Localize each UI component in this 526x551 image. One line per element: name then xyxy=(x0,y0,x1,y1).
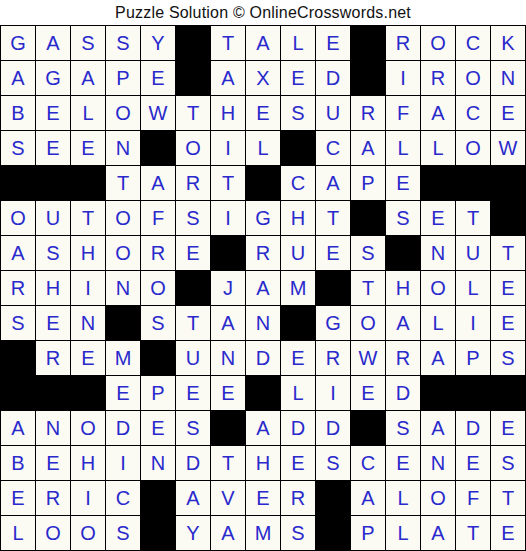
letter-cell: R xyxy=(386,341,421,376)
letter-cell: D xyxy=(106,411,141,446)
letter-cell: E xyxy=(456,446,491,481)
letter-cell: I xyxy=(211,201,246,236)
letter-cell: U xyxy=(456,236,491,271)
letter-cell: E xyxy=(281,61,316,96)
letter-cell: T xyxy=(176,306,211,341)
letter-cell: O xyxy=(71,411,106,446)
letter-cell: T xyxy=(351,271,386,306)
letter-cell: L xyxy=(386,131,421,166)
letter-cell: A xyxy=(1,236,36,271)
letter-cell: C xyxy=(456,26,491,61)
letter-cell: P xyxy=(351,166,386,201)
letter-cell: A xyxy=(176,481,211,516)
block-cell xyxy=(281,306,316,341)
letter-cell: O xyxy=(106,96,141,131)
letter-cell: A xyxy=(421,516,456,551)
letter-cell: A xyxy=(246,411,281,446)
letter-cell: A xyxy=(211,61,246,96)
letter-cell: E xyxy=(36,306,71,341)
letter-cell: S xyxy=(1,306,36,341)
letter-cell: M xyxy=(106,341,141,376)
letter-cell: E xyxy=(141,411,176,446)
letter-cell: P xyxy=(106,61,141,96)
letter-cell: A xyxy=(71,61,106,96)
letter-cell: D xyxy=(456,411,491,446)
letter-cell: I xyxy=(106,446,141,481)
letter-cell: T xyxy=(176,96,211,131)
block-cell xyxy=(491,201,526,236)
block-cell xyxy=(176,26,211,61)
block-cell xyxy=(246,376,281,411)
letter-cell: E xyxy=(316,236,351,271)
letter-cell: V xyxy=(211,481,246,516)
letter-cell: A xyxy=(351,481,386,516)
block-cell xyxy=(351,26,386,61)
letter-cell: W xyxy=(351,341,386,376)
letter-cell: I xyxy=(386,61,421,96)
letter-cell: L xyxy=(281,376,316,411)
letter-cell: N xyxy=(421,236,456,271)
letter-cell: O xyxy=(421,481,456,516)
letter-cell: S xyxy=(281,96,316,131)
block-cell xyxy=(316,481,351,516)
block-cell xyxy=(386,236,421,271)
letter-cell: D xyxy=(386,376,421,411)
letter-cell: B xyxy=(1,446,36,481)
letter-cell: E xyxy=(246,481,281,516)
letter-cell: L xyxy=(1,516,36,551)
letter-cell: O xyxy=(456,61,491,96)
letter-cell: H xyxy=(246,446,281,481)
letter-cell: R xyxy=(281,481,316,516)
letter-cell: D xyxy=(316,61,351,96)
crossword-grid: GASSYTALEROCKAGAPEAXEDIRONBELOWTHESURFAC… xyxy=(0,25,526,551)
letter-cell: S xyxy=(351,236,386,271)
letter-cell: O xyxy=(141,271,176,306)
block-cell xyxy=(141,481,176,516)
page-title: Puzzle Solution © OnlineCrosswords.net xyxy=(0,0,526,25)
letter-cell: N xyxy=(106,271,141,306)
letter-cell: H xyxy=(36,271,71,306)
letter-cell: A xyxy=(36,26,71,61)
letter-cell: E xyxy=(1,481,36,516)
letter-cell: A xyxy=(211,306,246,341)
letter-cell: T xyxy=(491,236,526,271)
letter-cell: S xyxy=(106,26,141,61)
letter-cell: R xyxy=(176,166,211,201)
letter-cell: B xyxy=(1,96,36,131)
letter-cell: C xyxy=(316,131,351,166)
letter-cell: S xyxy=(71,26,106,61)
letter-cell: R xyxy=(386,26,421,61)
letter-cell: T xyxy=(211,26,246,61)
letter-cell: E xyxy=(246,96,281,131)
letter-cell: P xyxy=(141,376,176,411)
block-cell xyxy=(456,166,491,201)
letter-cell: R xyxy=(246,236,281,271)
block-cell xyxy=(1,376,36,411)
letter-cell: L xyxy=(421,306,456,341)
block-cell xyxy=(281,131,316,166)
letter-cell: N xyxy=(211,341,246,376)
letter-cell: E xyxy=(281,446,316,481)
letter-cell: L xyxy=(386,481,421,516)
block-cell xyxy=(491,376,526,411)
letter-cell: H xyxy=(71,236,106,271)
letter-cell: A xyxy=(316,166,351,201)
letter-cell: O xyxy=(176,131,211,166)
letter-cell: L xyxy=(456,271,491,306)
letter-cell: A xyxy=(141,166,176,201)
letter-cell: E xyxy=(491,516,526,551)
letter-cell: O xyxy=(351,306,386,341)
letter-cell: O xyxy=(456,131,491,166)
letter-cell: A xyxy=(246,26,281,61)
letter-cell: Y xyxy=(176,516,211,551)
letter-cell: D xyxy=(316,411,351,446)
letter-cell: R xyxy=(36,481,71,516)
letter-cell: L xyxy=(421,131,456,166)
letter-cell: T xyxy=(456,516,491,551)
letter-cell: S xyxy=(176,201,211,236)
block-cell xyxy=(491,166,526,201)
block-cell xyxy=(1,341,36,376)
letter-cell: E xyxy=(316,26,351,61)
letter-cell: A xyxy=(211,516,246,551)
block-cell xyxy=(106,306,141,341)
letter-cell: G xyxy=(316,306,351,341)
letter-cell: T xyxy=(106,166,141,201)
letter-cell: E xyxy=(421,201,456,236)
letter-cell: C xyxy=(351,446,386,481)
letter-cell: T xyxy=(491,481,526,516)
letter-cell: R xyxy=(36,341,71,376)
letter-cell: E xyxy=(106,376,141,411)
block-cell xyxy=(141,516,176,551)
letter-cell: U xyxy=(281,236,316,271)
letter-cell: E xyxy=(71,131,106,166)
letter-cell: U xyxy=(176,341,211,376)
letter-cell: X xyxy=(246,61,281,96)
letter-cell: C xyxy=(456,96,491,131)
letter-cell: C xyxy=(281,166,316,201)
letter-cell: A xyxy=(421,411,456,446)
letter-cell: E xyxy=(281,341,316,376)
letter-cell: E xyxy=(351,376,386,411)
letter-cell: T xyxy=(456,201,491,236)
letter-cell: C xyxy=(106,481,141,516)
letter-cell: G xyxy=(246,201,281,236)
letter-cell: S xyxy=(106,516,141,551)
letter-cell: N xyxy=(421,446,456,481)
letter-cell: L xyxy=(281,26,316,61)
letter-cell: N xyxy=(246,306,281,341)
letter-cell: R xyxy=(1,271,36,306)
letter-cell: N xyxy=(71,306,106,341)
letter-cell: E xyxy=(386,166,421,201)
letter-cell: D xyxy=(281,411,316,446)
block-cell xyxy=(1,166,36,201)
letter-cell: A xyxy=(1,61,36,96)
letter-cell: P xyxy=(456,341,491,376)
letter-cell: K xyxy=(491,26,526,61)
letter-cell: L xyxy=(71,96,106,131)
letter-cell: O xyxy=(36,516,71,551)
letter-cell: T xyxy=(71,201,106,236)
block-cell xyxy=(36,376,71,411)
letter-cell: I xyxy=(456,306,491,341)
block-cell xyxy=(351,411,386,446)
letter-cell: M xyxy=(246,516,281,551)
letter-cell: S xyxy=(386,201,421,236)
letter-cell: S xyxy=(36,236,71,271)
letter-cell: H xyxy=(71,446,106,481)
letter-cell: G xyxy=(36,61,71,96)
letter-cell: N xyxy=(141,446,176,481)
letter-cell: E xyxy=(491,96,526,131)
letter-cell: A xyxy=(246,271,281,306)
letter-cell: A xyxy=(421,96,456,131)
letter-cell: L xyxy=(386,516,421,551)
letter-cell: R xyxy=(351,96,386,131)
letter-cell: U xyxy=(36,201,71,236)
letter-cell: O xyxy=(106,201,141,236)
letter-cell: W xyxy=(491,131,526,166)
letter-cell: O xyxy=(421,271,456,306)
letter-cell: I xyxy=(316,376,351,411)
block-cell xyxy=(36,166,71,201)
letter-cell: U xyxy=(316,96,351,131)
letter-cell: I xyxy=(71,481,106,516)
letter-cell: I xyxy=(211,131,246,166)
letter-cell: W xyxy=(141,96,176,131)
letter-cell: S xyxy=(386,411,421,446)
letter-cell: N xyxy=(106,131,141,166)
letter-cell: R xyxy=(421,61,456,96)
block-cell xyxy=(141,341,176,376)
letter-cell: S xyxy=(141,306,176,341)
letter-cell: M xyxy=(281,271,316,306)
letter-cell: A xyxy=(351,131,386,166)
block-cell xyxy=(176,271,211,306)
block-cell xyxy=(316,516,351,551)
letter-cell: O xyxy=(106,236,141,271)
block-cell xyxy=(351,201,386,236)
letter-cell: S xyxy=(176,411,211,446)
block-cell xyxy=(71,166,106,201)
letter-cell: A xyxy=(386,306,421,341)
block-cell xyxy=(351,61,386,96)
letter-cell: Y xyxy=(141,26,176,61)
letter-cell: S xyxy=(281,516,316,551)
letter-cell: E xyxy=(176,236,211,271)
letter-cell: E xyxy=(491,271,526,306)
block-cell xyxy=(211,236,246,271)
letter-cell: E xyxy=(386,446,421,481)
block-cell xyxy=(421,376,456,411)
letter-cell: P xyxy=(351,516,386,551)
letter-cell: E xyxy=(211,376,246,411)
block-cell xyxy=(421,166,456,201)
letter-cell: J xyxy=(211,271,246,306)
block-cell xyxy=(316,271,351,306)
block-cell xyxy=(176,61,211,96)
letter-cell: E xyxy=(71,341,106,376)
letter-cell: H xyxy=(211,96,246,131)
letter-cell: E xyxy=(36,131,71,166)
letter-cell: O xyxy=(421,26,456,61)
letter-cell: H xyxy=(386,271,421,306)
letter-cell: D xyxy=(246,341,281,376)
block-cell xyxy=(456,376,491,411)
letter-cell: G xyxy=(1,26,36,61)
puzzle-solution-page: Puzzle Solution © OnlineCrosswords.net G… xyxy=(0,0,526,551)
letter-cell: T xyxy=(211,166,246,201)
letter-cell: O xyxy=(71,516,106,551)
letter-cell: E xyxy=(491,411,526,446)
letter-cell: S xyxy=(1,131,36,166)
letter-cell: E xyxy=(141,61,176,96)
block-cell xyxy=(246,166,281,201)
letter-cell: L xyxy=(246,131,281,166)
letter-cell: F xyxy=(456,481,491,516)
letter-cell: I xyxy=(71,271,106,306)
block-cell xyxy=(71,376,106,411)
letter-cell: E xyxy=(36,446,71,481)
letter-cell: A xyxy=(1,411,36,446)
letter-cell: R xyxy=(316,341,351,376)
letter-cell: N xyxy=(36,411,71,446)
block-cell xyxy=(211,411,246,446)
letter-cell: S xyxy=(491,446,526,481)
letter-cell: S xyxy=(491,341,526,376)
letter-cell: A xyxy=(421,341,456,376)
letter-cell: S xyxy=(316,446,351,481)
letter-cell: F xyxy=(141,201,176,236)
letter-cell: E xyxy=(491,306,526,341)
letter-cell: O xyxy=(1,201,36,236)
letter-cell: H xyxy=(281,201,316,236)
letter-cell: R xyxy=(141,236,176,271)
letter-cell: T xyxy=(316,201,351,236)
letter-cell: F xyxy=(386,96,421,131)
letter-cell: T xyxy=(211,446,246,481)
letter-cell: E xyxy=(36,96,71,131)
block-cell xyxy=(141,131,176,166)
letter-cell: N xyxy=(491,61,526,96)
letter-cell: E xyxy=(176,376,211,411)
letter-cell: D xyxy=(176,446,211,481)
